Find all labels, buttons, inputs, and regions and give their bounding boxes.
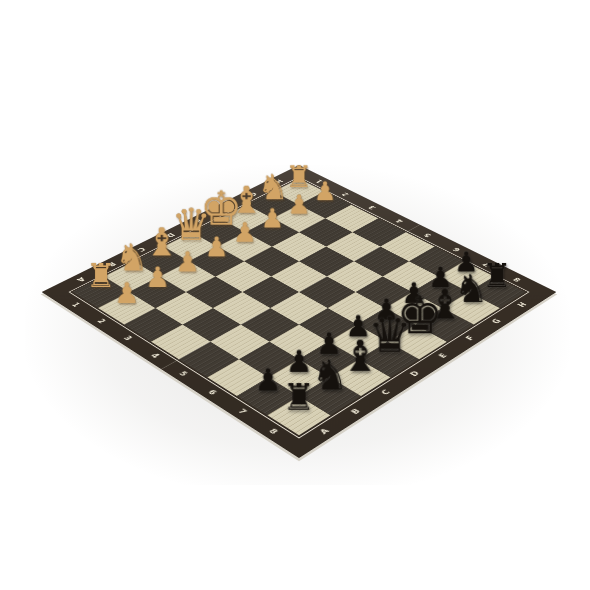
rank-label-left-7: 7 <box>222 399 263 424</box>
rank-label-right-3: 3 <box>355 199 388 216</box>
rank-label-left-2: 2 <box>81 310 121 332</box>
chess-set-photo: ♜♞♝♛♚♝♞♜♟♟♟♟♟♟♟♟♟♟♟♟♟♟♟♟♜♞♝♛♚♝♞♜ AABBCCD… <box>0 0 590 590</box>
rank-label-left-1: 1 <box>56 294 96 315</box>
rank-label-left-3: 3 <box>108 327 148 349</box>
rank-label-left-4: 4 <box>135 344 176 367</box>
rank-label-left-6: 6 <box>192 380 233 405</box>
rank-label-left-5: 5 <box>163 362 204 386</box>
black-rook[interactable]: ♜ <box>277 379 322 416</box>
white-pawn[interactable]: ♟ <box>106 280 147 308</box>
rank-label-right-5: 5 <box>411 226 445 244</box>
